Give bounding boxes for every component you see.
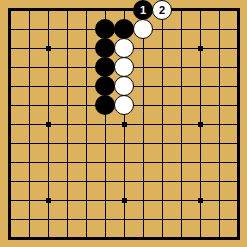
black-stone (95, 57, 115, 77)
black-stone: 1 (133, 0, 153, 20)
move-number-label: 1 (140, 5, 146, 16)
white-stone: 2 (152, 0, 172, 20)
star-point (198, 122, 203, 127)
star-point (46, 198, 51, 203)
star-point (46, 46, 51, 51)
go-problem-diagram: 12 (0, 0, 247, 247)
white-stone (114, 38, 134, 58)
star-point (198, 198, 203, 203)
star-point (122, 198, 127, 203)
white-stone (114, 95, 134, 115)
star-point (46, 122, 51, 127)
white-stone (114, 76, 134, 96)
black-stone (95, 19, 115, 39)
black-stone (95, 95, 115, 115)
white-stone (114, 57, 134, 77)
black-stone (114, 19, 134, 39)
black-stone (95, 38, 115, 58)
star-point (198, 46, 203, 51)
go-board[interactable]: 12 (0, 0, 247, 247)
white-stone (133, 19, 153, 39)
move-number-label: 2 (159, 5, 165, 16)
star-point (122, 122, 127, 127)
black-stone (95, 76, 115, 96)
